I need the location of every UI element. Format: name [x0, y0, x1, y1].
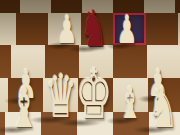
square-b4[interactable]: [0, 13, 16, 45]
piece-white-queen-d1[interactable]: ♛: [45, 73, 77, 119]
square-b2[interactable]: [0, 78, 8, 112]
piece-white-bishop-c1[interactable]: ♝: [9, 86, 39, 129]
piece-red-knight-e4[interactable]: ♞: [80, 9, 107, 48]
square-b3[interactable]: [0, 45, 11, 78]
piece-white-knight-g1[interactable]: ♞: [148, 86, 178, 129]
square-g5[interactable]: [144, 0, 175, 13]
square-c4[interactable]: [16, 13, 49, 45]
piece-white-pawn-d4[interactable]: ♟: [57, 15, 78, 45]
piece-white-pawn-f4[interactable]: ♟: [117, 15, 138, 45]
square-b5[interactable]: [0, 0, 20, 13]
piece-white-king-e1[interactable]: ♚: [75, 68, 112, 121]
square-g4[interactable]: [146, 13, 179, 45]
square-h5[interactable]: [175, 0, 180, 13]
square-h4[interactable]: [178, 13, 180, 45]
chess-board: ♟♞♟♟♟♝♛♚♝♞: [0, 0, 180, 135]
square-c5[interactable]: [20, 0, 51, 13]
piece-white-bishop-f1[interactable]: ♝: [118, 86, 142, 120]
